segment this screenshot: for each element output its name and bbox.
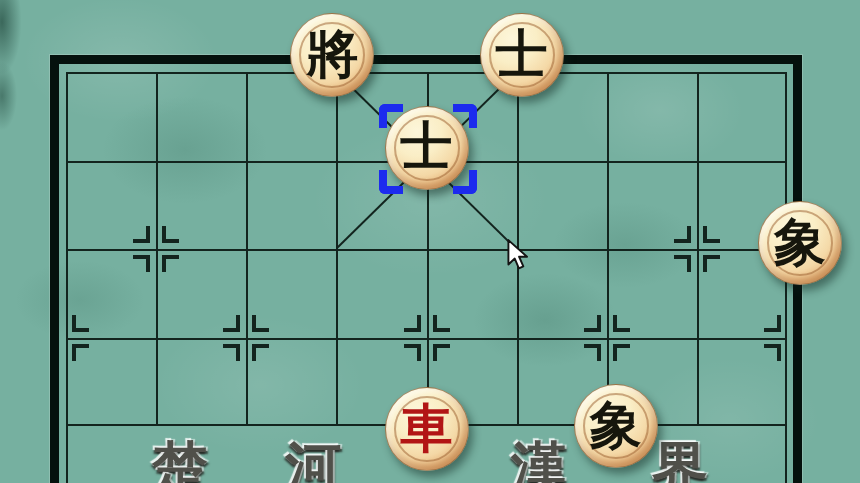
- river-char: 河: [281, 439, 345, 483]
- piece-black-general[interactable]: 將: [290, 13, 374, 97]
- river-right-edge-line: [785, 424, 787, 483]
- marble-background: 楚河漢界 將士士象車象: [0, 0, 860, 483]
- river-char: 楚: [148, 439, 212, 483]
- river-left-edge-line: [66, 424, 68, 483]
- piece-glyph: 象: [590, 399, 642, 454]
- piece-glyph: 車: [401, 402, 453, 457]
- piece-red-chariot[interactable]: 車: [385, 387, 469, 471]
- mouse-cursor-icon: [506, 238, 532, 274]
- selection-brackets: [379, 104, 477, 194]
- piece-glyph: 士: [496, 28, 548, 83]
- grid-cell: [697, 72, 787, 161]
- piece-glyph: 象: [774, 216, 826, 271]
- piece-glyph: 將: [306, 28, 358, 83]
- piece-black-elephant-left[interactable]: 象: [574, 384, 658, 468]
- river-char: 漢: [507, 439, 571, 483]
- piece-black-elephant-right[interactable]: 象: [758, 201, 842, 285]
- grid-cell: [517, 161, 607, 250]
- grid-cell: [246, 161, 336, 250]
- grid-cell: [156, 72, 246, 161]
- piece-black-advisor-right[interactable]: 士: [480, 13, 564, 97]
- grid-cell: [607, 72, 697, 161]
- river-char: 界: [648, 439, 712, 483]
- grid-cell: [66, 72, 156, 161]
